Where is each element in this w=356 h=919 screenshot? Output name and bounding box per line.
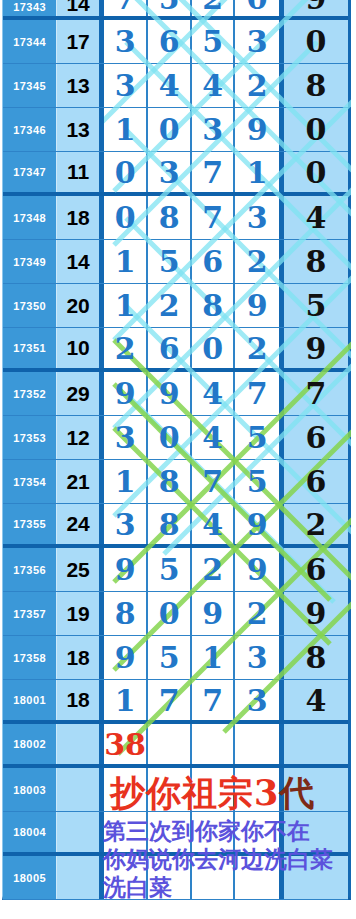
digit-cell: 8 xyxy=(148,196,192,239)
digit-cell: 3 xyxy=(235,20,283,63)
digit-cell: 1 xyxy=(104,460,148,503)
digit-cell: 5 xyxy=(148,0,192,16)
chart-row-17346: 173461310390 xyxy=(3,108,348,152)
chart-row-17357: 173571980929 xyxy=(3,592,348,636)
digit-cell: 4 xyxy=(148,64,192,107)
digit-cell: 4 xyxy=(192,64,236,107)
red-banner-tail: 代 xyxy=(279,772,315,813)
digit-cell: 2 xyxy=(235,64,283,107)
tail-cell: 9 xyxy=(284,592,348,635)
digit-cell: 9 xyxy=(104,548,148,591)
sum-cell: 18 xyxy=(57,196,104,239)
tail-cell: 0 xyxy=(284,152,348,192)
period-cell: 17346 xyxy=(3,108,57,151)
tail-cell: 9 xyxy=(284,328,348,368)
digit-cell: 38 xyxy=(104,724,148,764)
digit-cell: 5 xyxy=(148,240,192,283)
digit-cell: 0 xyxy=(192,328,236,368)
sum-cell: 17 xyxy=(57,20,104,63)
digit-cell: 2 xyxy=(235,328,283,368)
period-cell: 18004 xyxy=(3,812,57,852)
chart-row-17355: 173552438492 xyxy=(3,504,348,548)
sum-cell: 24 xyxy=(57,504,104,544)
tail-cell: 6 xyxy=(284,416,348,459)
tail-cell: 8 xyxy=(284,64,348,107)
digit-cell: 3 xyxy=(104,20,148,63)
digit-cell: 9 xyxy=(235,548,283,591)
tail-cell: 4 xyxy=(284,680,348,720)
digit-cell: 3 xyxy=(235,680,283,720)
sum-cell: 18 xyxy=(57,636,104,679)
period-cell: 17344 xyxy=(3,20,57,63)
sum-cell: 12 xyxy=(57,416,104,459)
digit-cell: 5 xyxy=(148,548,192,591)
period-cell: 17357 xyxy=(3,592,57,635)
tail-cell: 9 xyxy=(284,0,348,16)
sum-cell xyxy=(57,812,104,852)
digit-cell: 5 xyxy=(235,416,283,459)
digit-cell: 8 xyxy=(148,504,192,544)
digit-cell: 5 xyxy=(192,20,236,63)
digit-cell: 3 xyxy=(104,504,148,544)
period-cell: 17350 xyxy=(3,284,57,327)
period-cell: 18003 xyxy=(3,768,57,811)
digit-cell: 3 xyxy=(104,64,148,107)
period-cell: 17343 xyxy=(3,0,57,16)
tail-cell: 8 xyxy=(284,240,348,283)
period-cell: 18005 xyxy=(3,856,57,899)
chart-row-18002: 1800238 xyxy=(3,724,348,768)
digit-cell: 1 xyxy=(104,240,148,283)
digit-cell: 7 xyxy=(192,680,236,720)
digit-cell: 0 xyxy=(148,592,192,635)
digit-cell: 9 xyxy=(235,284,283,327)
digit-cell: 4 xyxy=(192,416,236,459)
chart-row-17344: 173441736530 xyxy=(3,20,348,64)
tail-cell: 2 xyxy=(284,504,348,544)
digit-cell: 4 xyxy=(192,504,236,544)
tail-cell: 0 xyxy=(284,20,348,63)
sum-cell xyxy=(57,856,104,899)
digit-cell: 1 xyxy=(235,152,283,192)
digit-cell: 3 xyxy=(104,416,148,459)
digit-cell xyxy=(235,724,283,764)
digit-cell: 3 xyxy=(192,108,236,151)
sum-cell: 25 xyxy=(57,548,104,591)
digit-cell: 8 xyxy=(148,460,192,503)
digit-cell: 0 xyxy=(235,0,283,16)
sum-cell: 13 xyxy=(57,64,104,107)
period-cell: 17352 xyxy=(3,372,57,415)
red-banner-main: 抄你祖宗3 xyxy=(110,772,279,813)
digit-cell: 3 xyxy=(148,152,192,192)
period-cell: 18001 xyxy=(3,680,57,720)
chart-row-17352: 173522999477 xyxy=(3,372,348,416)
digit-cell: 1 xyxy=(192,636,236,679)
chart-row-17351: 173511026029 xyxy=(3,328,348,372)
digit-cell: 5 xyxy=(148,636,192,679)
digit-cell: 8 xyxy=(192,284,236,327)
tail-cell: 8 xyxy=(284,636,348,679)
digit-cell: 8 xyxy=(104,592,148,635)
sum-cell: 14 xyxy=(57,240,104,283)
digit-cell: 1 xyxy=(104,284,148,327)
digit-cell: 7 xyxy=(235,372,283,415)
digit-cell: 4 xyxy=(192,372,236,415)
period-cell: 17353 xyxy=(3,416,57,459)
digit-cell: 0 xyxy=(104,152,148,192)
digit-cell: 1 xyxy=(104,680,148,720)
tail-cell: 7 xyxy=(284,372,348,415)
period-cell: 17358 xyxy=(3,636,57,679)
digit-cell: 7 xyxy=(192,196,236,239)
period-cell: 18002 xyxy=(3,724,57,764)
chart-row-17356: 173562595296 xyxy=(3,548,348,592)
sum-cell: 10 xyxy=(57,328,104,368)
sum-cell: 20 xyxy=(57,284,104,327)
digit-cell: 0 xyxy=(148,416,192,459)
period-cell: 17351 xyxy=(3,328,57,368)
digit-cell: 2 xyxy=(192,0,236,16)
digit-cell: 7 xyxy=(192,152,236,192)
digit-cell: 2 xyxy=(104,328,148,368)
digit-cell: 6 xyxy=(192,240,236,283)
digit-cell: 7 xyxy=(104,0,148,16)
tail-cell: 6 xyxy=(284,460,348,503)
digit-cell: 1 xyxy=(104,108,148,151)
red-banner-text: 抄你祖宗3代 xyxy=(110,774,315,812)
digit-cell: 9 xyxy=(235,504,283,544)
digit-cell xyxy=(192,724,236,764)
digit-cell: 6 xyxy=(148,20,192,63)
digit-cell: 9 xyxy=(104,636,148,679)
period-cell: 17349 xyxy=(3,240,57,283)
sum-cell: 29 xyxy=(57,372,104,415)
tail-cell: 4 xyxy=(284,196,348,239)
digit-cell: 2 xyxy=(235,240,283,283)
chart-row-17347: 173471103710 xyxy=(3,152,348,196)
purple-note-text: 第三次到你家你不在 你妈说你去河边洗白菜 洗白菜 xyxy=(103,817,356,901)
tail-cell: 6 xyxy=(284,548,348,591)
sum-cell: 13 xyxy=(57,108,104,151)
chart-row-17353: 173531230456 xyxy=(3,416,348,460)
digit-cell: 2 xyxy=(192,548,236,591)
lottery-trend-chart: 1734314752091734417365301734513344281734… xyxy=(0,0,356,919)
period-cell: 17348 xyxy=(3,196,57,239)
period-cell: 17345 xyxy=(3,64,57,107)
digit-cell: 9 xyxy=(192,592,236,635)
digit-cell: 3 xyxy=(235,636,283,679)
sum-cell: 18 xyxy=(57,680,104,720)
sum-cell: 19 xyxy=(57,592,104,635)
digit-cell: 9 xyxy=(104,372,148,415)
chart-row-17345: 173451334428 xyxy=(3,64,348,108)
chart-row-17349: 173491415628 xyxy=(3,240,348,284)
digit-cell: 9 xyxy=(148,372,192,415)
chart-row-17350: 173502012895 xyxy=(3,284,348,328)
tail-cell xyxy=(284,724,348,764)
tail-cell: 0 xyxy=(284,108,348,151)
digit-cell: 0 xyxy=(148,108,192,151)
digit-cell: 9 xyxy=(235,108,283,151)
chart-row-17343: 173431475209 xyxy=(3,0,348,20)
sum-cell xyxy=(57,768,104,811)
tail-cell: 5 xyxy=(284,284,348,327)
digit-cell xyxy=(148,724,192,764)
period-cell: 17354 xyxy=(3,460,57,503)
sum-cell xyxy=(57,724,104,764)
chart-row-18001: 180011817734 xyxy=(3,680,348,724)
sum-cell: 14 xyxy=(57,0,104,16)
chart-row-17358: 173581895138 xyxy=(3,636,348,680)
period-cell: 17355 xyxy=(3,504,57,544)
digit-cell: 7 xyxy=(192,460,236,503)
digit-cell: 0 xyxy=(104,196,148,239)
digit-cell: 7 xyxy=(148,680,192,720)
sum-cell: 11 xyxy=(57,152,104,192)
chart-row-17348: 173481808734 xyxy=(3,196,348,240)
digit-cell: 6 xyxy=(148,328,192,368)
digit-cell: 3 xyxy=(235,196,283,239)
period-cell: 17347 xyxy=(3,152,57,192)
digit-cell: 2 xyxy=(148,284,192,327)
sum-cell: 21 xyxy=(57,460,104,503)
trend-chart-table: 1734314752091734417365301734513344281734… xyxy=(2,0,351,900)
period-cell: 17356 xyxy=(3,548,57,591)
digit-cell: 5 xyxy=(235,460,283,503)
digit-cell: 2 xyxy=(235,592,283,635)
chart-row-17354: 173542118756 xyxy=(3,460,348,504)
